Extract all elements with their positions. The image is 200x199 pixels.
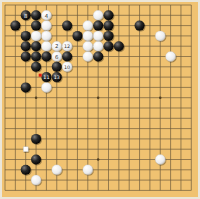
stone-body xyxy=(41,21,51,31)
stone-body xyxy=(31,52,41,62)
white-stone[interactable] xyxy=(155,155,165,165)
white-stone[interactable]: 6 xyxy=(52,52,62,62)
white-stone[interactable]: 10 xyxy=(62,62,72,72)
stone-body xyxy=(31,155,41,165)
black-stone[interactable] xyxy=(21,41,31,51)
white-stone[interactable] xyxy=(41,82,51,92)
stone-body xyxy=(83,41,93,51)
stone-body xyxy=(93,52,103,62)
white-stone[interactable] xyxy=(83,31,93,41)
stone-body xyxy=(41,82,51,92)
black-stone[interactable] xyxy=(72,31,82,41)
white-stone[interactable]: 2 xyxy=(52,41,62,51)
white-stone[interactable] xyxy=(166,52,176,62)
stone-body xyxy=(31,41,41,51)
stone-body xyxy=(93,41,103,51)
move-number-label: 12 xyxy=(64,44,70,49)
go-board-surface: 842126101113 xyxy=(0,0,200,199)
black-stone[interactable] xyxy=(21,31,31,41)
black-stone[interactable] xyxy=(31,10,41,20)
white-stone[interactable] xyxy=(83,21,93,31)
black-stone[interactable] xyxy=(52,62,62,72)
white-stone[interactable] xyxy=(83,52,93,62)
white-stone[interactable] xyxy=(155,31,165,41)
white-stone[interactable] xyxy=(93,10,103,20)
black-stone[interactable] xyxy=(62,52,72,62)
red-square-marker xyxy=(39,74,42,77)
stone-body xyxy=(31,31,41,41)
stone-body xyxy=(135,21,145,31)
white-stone[interactable] xyxy=(83,41,93,51)
stone-body xyxy=(52,62,62,72)
stone-body xyxy=(114,41,124,51)
star-point xyxy=(159,96,162,99)
stone-body xyxy=(62,52,72,62)
white-stone[interactable] xyxy=(93,31,103,41)
stone-body xyxy=(31,175,41,185)
stone-body xyxy=(83,52,93,62)
stone-body xyxy=(93,10,103,20)
black-stone[interactable] xyxy=(21,82,31,92)
move-number-label: 4 xyxy=(45,13,49,19)
black-stone[interactable]: 8 xyxy=(21,10,31,20)
white-stone[interactable] xyxy=(52,165,62,175)
white-stone[interactable] xyxy=(31,175,41,185)
black-stone[interactable] xyxy=(31,41,41,51)
stone-body xyxy=(93,21,103,31)
stone-body xyxy=(21,52,31,62)
star-point xyxy=(35,96,38,99)
black-stone[interactable] xyxy=(104,10,114,20)
stone-body xyxy=(41,41,51,51)
black-stone[interactable] xyxy=(31,52,41,62)
stone-body xyxy=(83,165,93,175)
stone-body xyxy=(31,134,41,144)
stone-body xyxy=(41,52,51,62)
move-number-label: 8 xyxy=(24,13,28,19)
move-number-label: 2 xyxy=(55,43,58,49)
black-stone[interactable]: 11 xyxy=(41,72,51,82)
black-stone[interactable] xyxy=(135,21,145,31)
stone-body xyxy=(21,82,31,92)
white-stone[interactable] xyxy=(41,31,51,41)
stone-body xyxy=(52,165,62,175)
black-stone[interactable] xyxy=(114,41,124,51)
go-board[interactable]: 842126101113 xyxy=(0,0,200,199)
white-stone[interactable] xyxy=(93,41,103,51)
stone-body xyxy=(41,31,51,41)
white-stone[interactable]: 4 xyxy=(41,10,51,20)
stone-body xyxy=(155,31,165,41)
stone-body xyxy=(93,31,103,41)
stone-body xyxy=(83,31,93,41)
black-stone[interactable] xyxy=(21,52,31,62)
stone-body xyxy=(21,41,31,51)
black-stone[interactable] xyxy=(31,21,41,31)
stone-body xyxy=(83,21,93,31)
white-stone[interactable] xyxy=(41,21,51,31)
black-stone[interactable] xyxy=(93,52,103,62)
stone-body xyxy=(10,21,20,31)
star-point xyxy=(97,96,100,99)
stone-body xyxy=(104,41,114,51)
white-stone[interactable] xyxy=(41,41,51,51)
stone-body xyxy=(31,62,41,72)
stone-body xyxy=(104,10,114,20)
stone-body xyxy=(62,21,72,31)
stone-body xyxy=(31,21,41,31)
stone-body xyxy=(104,21,114,31)
move-number-label: 10 xyxy=(64,65,70,70)
move-number-label: 6 xyxy=(55,54,59,60)
stone-body xyxy=(104,31,114,41)
black-stone[interactable] xyxy=(104,31,114,41)
black-stone[interactable] xyxy=(93,21,103,31)
black-stone[interactable] xyxy=(41,52,51,62)
black-stone[interactable] xyxy=(31,134,41,144)
black-stone[interactable] xyxy=(62,21,72,31)
stone-body xyxy=(31,10,41,20)
white-stone[interactable] xyxy=(31,31,41,41)
white-stone[interactable] xyxy=(83,165,93,175)
black-stone[interactable] xyxy=(21,165,31,175)
black-stone[interactable] xyxy=(104,21,114,31)
stone-body xyxy=(155,155,165,165)
stone-body xyxy=(72,31,82,41)
stone-body xyxy=(166,52,176,62)
black-stone[interactable] xyxy=(31,62,41,72)
star-point xyxy=(97,158,100,161)
black-stone[interactable] xyxy=(104,41,114,51)
black-stone[interactable]: 13 xyxy=(52,72,62,82)
white-stone[interactable]: 12 xyxy=(62,41,72,51)
move-number-label: 11 xyxy=(43,75,49,80)
stone-body xyxy=(21,31,31,41)
black-stone[interactable] xyxy=(10,21,20,31)
black-stone[interactable] xyxy=(31,155,41,165)
move-number-label: 13 xyxy=(54,75,60,80)
stone-body xyxy=(21,165,31,175)
white-square-marker xyxy=(23,147,28,152)
